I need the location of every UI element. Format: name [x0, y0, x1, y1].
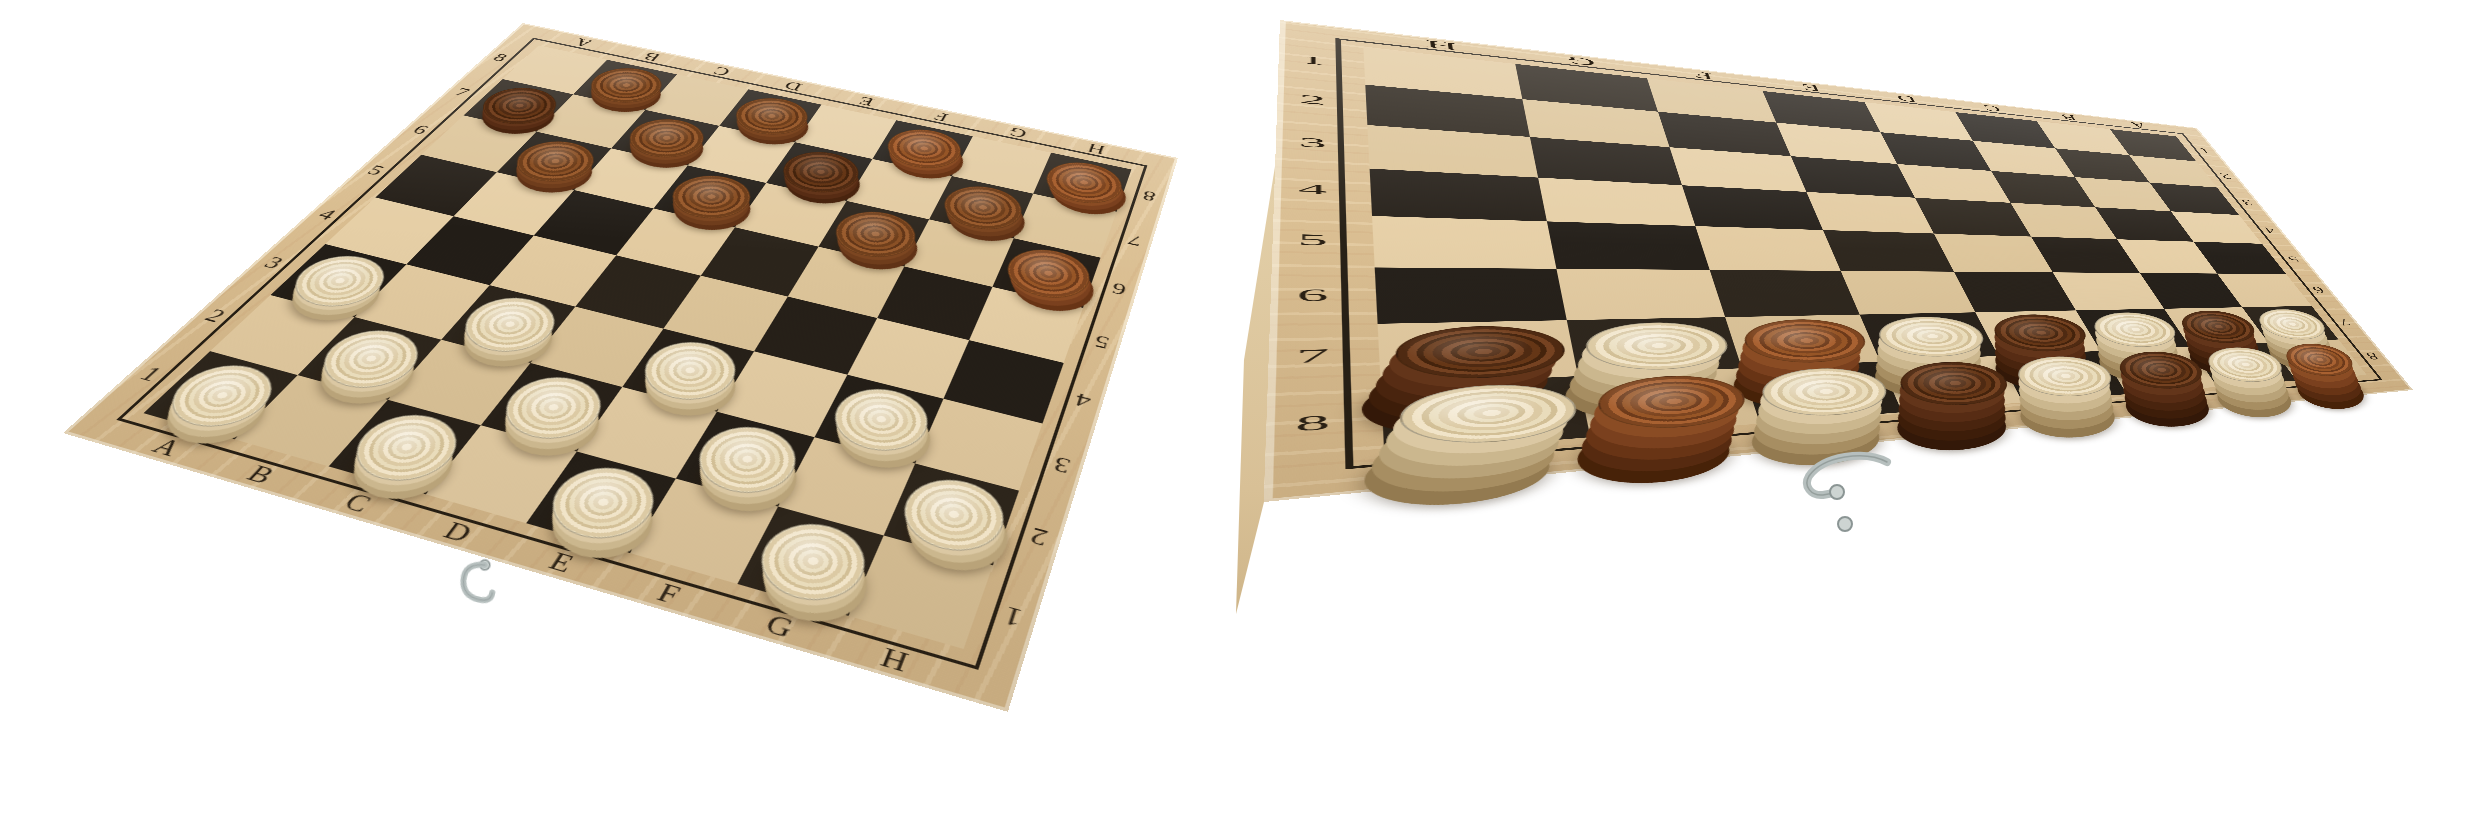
rank-label-right-4: 4 — [1073, 389, 1093, 410]
rank-label-right-5: 5 — [1093, 332, 1112, 351]
rank-label-left-1: 1 — [1300, 53, 1326, 67]
left-board-top-view: AABBCCDDEEFFGGHH8877665544332211 — [63, 23, 1178, 712]
rank-label-left-5: 5 — [1297, 232, 1327, 248]
file-label-near-B: B — [242, 462, 280, 488]
file-label-far-G: G — [1007, 125, 1029, 139]
right-board-top-view: HHGGFFEEDDCCBBAA1122334455667788 — [1264, 20, 2413, 502]
product-photo-stage: AABBCCDDEEFFGGHH8877665544332211 HHGGFFE… — [0, 0, 2486, 815]
rank-label-left-8: 8 — [1295, 412, 1330, 435]
rank-label-left-4: 4 — [1298, 182, 1327, 197]
rank-label-left-6: 6 — [1297, 287, 1329, 304]
file-label-far-A: A — [571, 36, 595, 48]
rank-label-right-1: 1 — [1001, 601, 1026, 630]
rank-label-left-3: 3 — [1299, 135, 1327, 150]
file-label-far-C: C — [710, 65, 732, 78]
file-label-far-F: F — [932, 110, 950, 123]
file-label-far-D: D — [782, 79, 805, 92]
latch-screw-icon — [1838, 517, 1852, 531]
right-box-front-face — [1263, 502, 1264, 504]
rank-label-right-7: 7 — [1126, 232, 1143, 248]
rank-label-right-2: 2 — [1028, 523, 1051, 549]
rank-label-right-3: 3 — [1052, 452, 1074, 476]
file-label-near-F: F — [653, 579, 685, 609]
rank-label-left-7: 7 — [1296, 346, 1329, 366]
file-label-far-E: E — [856, 94, 876, 107]
file-label-near-D: D — [438, 518, 476, 547]
rank-label-left-2: 2 — [1299, 93, 1326, 107]
latch-hook-icon — [1795, 448, 1899, 544]
box-halves-groove — [1263, 502, 1264, 507]
latch-hook-icon — [445, 551, 511, 626]
rank-label-right-8: 8 — [1141, 188, 1157, 203]
latch-screw-icon — [1830, 485, 1844, 499]
file-label-near-H: H — [877, 644, 912, 678]
file-label-far-H: H — [1085, 141, 1106, 156]
rank-label-right-6: 6 — [1110, 280, 1128, 298]
file-label-far-B: B — [640, 50, 662, 62]
